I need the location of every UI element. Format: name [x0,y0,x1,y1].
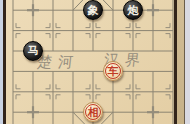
piece-red-chariot[interactable]: 车 [103,61,123,81]
xiangqi-board: 楚河 汉界 象炮马车相 [0,0,190,124]
piece-black-horse[interactable]: 马 [23,41,43,61]
piece-grid: 象炮马车相 [3,0,183,122]
window-background-right [185,0,190,124]
piece-black-elephant[interactable]: 象 [83,0,103,20]
piece-red-elephant[interactable]: 相 [83,102,103,122]
piece-black-cannon[interactable]: 炮 [123,0,143,20]
